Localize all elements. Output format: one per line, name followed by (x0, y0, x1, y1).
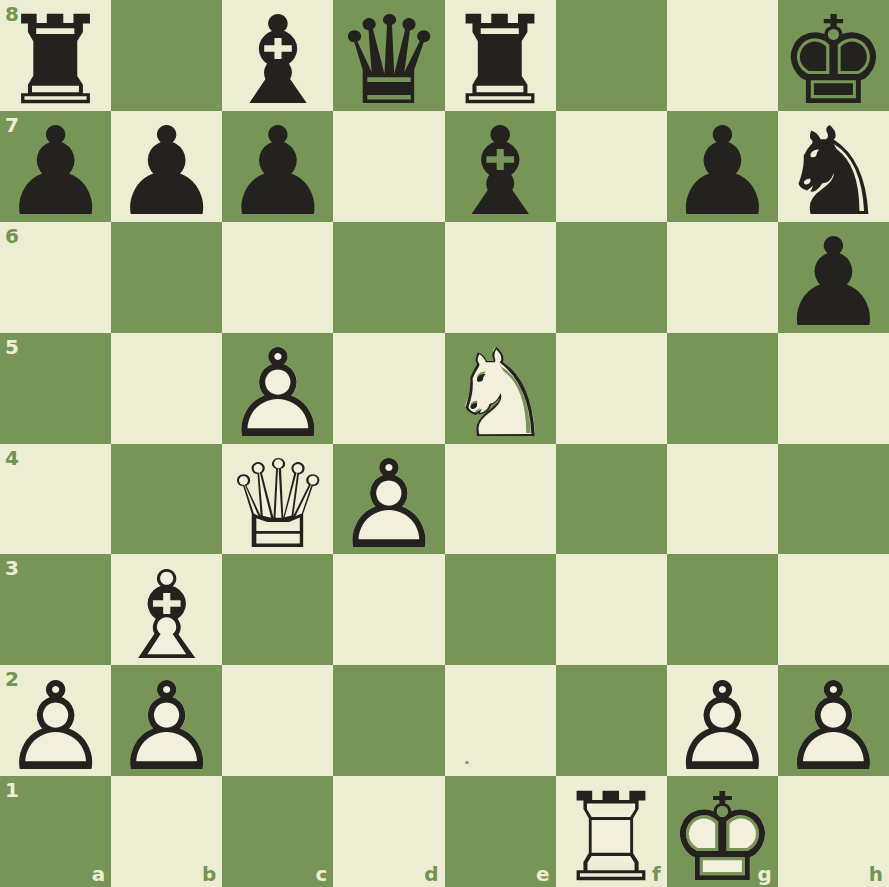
piece-white-queen[interactable]: ♛♕ (222, 444, 333, 555)
square-h3[interactable] (778, 554, 889, 665)
chess-board: 8♜♝♛♜♚7♟♟♟♝♟♞6♟5♟♙♞♘4♛♕♟♙3♝♗2♟♙♟♙♟♙♟♙1ab… (0, 0, 889, 887)
square-h7[interactable]: ♞ (778, 111, 889, 222)
square-b8[interactable] (111, 0, 222, 111)
square-d8[interactable]: ♛ (333, 0, 444, 111)
file-label-e: e (536, 864, 550, 884)
square-e7[interactable]: ♝ (445, 111, 556, 222)
square-e8[interactable]: ♜ (445, 0, 556, 111)
piece-black-rook[interactable]: ♜ (445, 0, 556, 111)
square-a7[interactable]: 7♟ (0, 111, 111, 222)
file-label-b: b (202, 864, 216, 884)
rank-label-4: 4 (5, 448, 19, 468)
square-b7[interactable]: ♟ (111, 111, 222, 222)
square-c1[interactable]: c (222, 776, 333, 887)
square-d5[interactable] (333, 333, 444, 444)
square-g7[interactable]: ♟ (667, 111, 778, 222)
piece-white-pawn[interactable]: ♟♙ (778, 665, 889, 776)
square-e4[interactable] (445, 444, 556, 555)
square-b3[interactable]: ♝♗ (111, 554, 222, 665)
piece-black-knight[interactable]: ♞ (778, 111, 889, 222)
square-b4[interactable] (111, 444, 222, 555)
piece-glyph-outline: ♖ (556, 782, 667, 887)
square-d1[interactable]: d (333, 776, 444, 887)
piece-white-bishop[interactable]: ♝♗ (111, 554, 222, 665)
piece-black-rook[interactable]: ♜ (0, 0, 111, 111)
piece-glyph-fill: ♜ (0, 6, 111, 117)
square-c7[interactable]: ♟ (222, 111, 333, 222)
square-f3[interactable] (556, 554, 667, 665)
piece-glyph-outline: ♕ (222, 450, 333, 561)
square-f7[interactable] (556, 111, 667, 222)
piece-glyph-outline: ♔ (667, 782, 778, 887)
square-c3[interactable] (222, 554, 333, 665)
square-g8[interactable] (667, 0, 778, 111)
square-a1[interactable]: 1a (0, 776, 111, 887)
square-c6[interactable] (222, 222, 333, 333)
square-a8[interactable]: 8♜ (0, 0, 111, 111)
square-b5[interactable] (111, 333, 222, 444)
square-a3[interactable]: 3 (0, 554, 111, 665)
piece-glyph-outline: ♙ (222, 339, 333, 450)
piece-black-bishop[interactable]: ♝ (222, 0, 333, 111)
square-g1[interactable]: g♚♔ (667, 776, 778, 887)
square-e5[interactable]: ♞♘ (445, 333, 556, 444)
piece-glyph-fill: ♟ (667, 117, 778, 228)
piece-black-king[interactable]: ♚ (778, 0, 889, 111)
piece-glyph-outline: ♙ (778, 671, 889, 782)
piece-black-pawn[interactable]: ♟ (778, 222, 889, 333)
square-b1[interactable]: b (111, 776, 222, 887)
square-e3[interactable] (445, 554, 556, 665)
piece-glyph-fill: ♝ (222, 6, 333, 117)
square-f6[interactable] (556, 222, 667, 333)
square-f5[interactable] (556, 333, 667, 444)
square-h1[interactable]: h (778, 776, 889, 887)
square-g4[interactable] (667, 444, 778, 555)
square-f1[interactable]: f♜♖ (556, 776, 667, 887)
square-h4[interactable] (778, 444, 889, 555)
square-h6[interactable]: ♟ (778, 222, 889, 333)
rank-label-3: 3 (5, 558, 19, 578)
square-d6[interactable] (333, 222, 444, 333)
square-a2[interactable]: 2♟♙ (0, 665, 111, 776)
square-a4[interactable]: 4 (0, 444, 111, 555)
piece-glyph-outline: ♙ (111, 671, 222, 782)
square-a5[interactable]: 5 (0, 333, 111, 444)
piece-glyph-outline: ♙ (667, 671, 778, 782)
square-c4[interactable]: ♛♕ (222, 444, 333, 555)
file-label-d: d (424, 864, 438, 884)
piece-black-queen[interactable]: ♛ (333, 0, 444, 111)
piece-glyph-fill: ♝ (445, 117, 556, 228)
piece-black-pawn[interactable]: ♟ (0, 111, 111, 222)
square-d2[interactable] (333, 665, 444, 776)
square-b6[interactable] (111, 222, 222, 333)
piece-glyph-outline: ♘ (445, 339, 556, 450)
piece-white-pawn[interactable]: ♟♙ (0, 665, 111, 776)
square-e2[interactable] (445, 665, 556, 776)
piece-glyph-outline: ♗ (111, 560, 222, 671)
piece-black-bishop[interactable]: ♝ (445, 111, 556, 222)
square-f2[interactable] (556, 665, 667, 776)
file-label-a: a (92, 864, 106, 884)
piece-glyph-outline: ♙ (333, 450, 444, 561)
piece-white-pawn[interactable]: ♟♙ (222, 333, 333, 444)
square-h8[interactable]: ♚ (778, 0, 889, 111)
piece-black-pawn[interactable]: ♟ (667, 111, 778, 222)
piece-black-pawn[interactable]: ♟ (111, 111, 222, 222)
piece-glyph-fill: ♟ (778, 228, 889, 339)
speck-artifact (465, 761, 469, 764)
square-e1[interactable]: e (445, 776, 556, 887)
piece-white-knight[interactable]: ♞♘ (445, 333, 556, 444)
piece-glyph-outline: ♙ (0, 671, 111, 782)
rank-label-5: 5 (5, 337, 19, 357)
file-label-c: c (316, 864, 328, 884)
piece-white-rook[interactable]: ♜♖ (556, 776, 667, 887)
square-g2[interactable]: ♟♙ (667, 665, 778, 776)
piece-white-pawn[interactable]: ♟♙ (111, 665, 222, 776)
square-d3[interactable] (333, 554, 444, 665)
square-f8[interactable] (556, 0, 667, 111)
square-h5[interactable] (778, 333, 889, 444)
piece-glyph-fill: ♛ (333, 6, 444, 117)
square-b2[interactable]: ♟♙ (111, 665, 222, 776)
square-f4[interactable] (556, 444, 667, 555)
square-e6[interactable] (445, 222, 556, 333)
square-d4[interactable]: ♟♙ (333, 444, 444, 555)
piece-glyph-fill: ♟ (222, 117, 333, 228)
piece-white-king[interactable]: ♚♔ (667, 776, 778, 887)
rank-label-1: 1 (5, 780, 19, 800)
square-g3[interactable] (667, 554, 778, 665)
piece-glyph-fill: ♟ (111, 117, 222, 228)
square-c2[interactable] (222, 665, 333, 776)
piece-glyph-fill: ♞ (778, 117, 889, 228)
piece-glyph-fill: ♚ (778, 6, 889, 117)
square-d7[interactable] (333, 111, 444, 222)
square-a6[interactable]: 6 (0, 222, 111, 333)
square-g6[interactable] (667, 222, 778, 333)
piece-white-pawn[interactable]: ♟♙ (667, 665, 778, 776)
piece-glyph-fill: ♟ (0, 117, 111, 228)
square-h2[interactable]: ♟♙ (778, 665, 889, 776)
square-c5[interactable]: ♟♙ (222, 333, 333, 444)
file-label-h: h (869, 864, 883, 884)
piece-white-pawn[interactable]: ♟♙ (333, 444, 444, 555)
rank-label-6: 6 (5, 226, 19, 246)
piece-glyph-fill: ♜ (445, 6, 556, 117)
square-g5[interactable] (667, 333, 778, 444)
piece-black-pawn[interactable]: ♟ (222, 111, 333, 222)
square-c8[interactable]: ♝ (222, 0, 333, 111)
